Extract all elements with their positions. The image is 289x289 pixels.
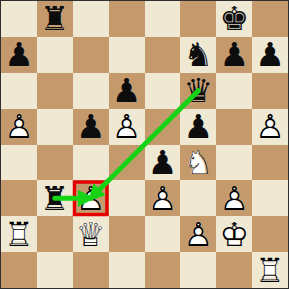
square-e2[interactable] bbox=[145, 216, 181, 252]
square-g6[interactable] bbox=[216, 73, 252, 109]
black-rook-b8[interactable]: ♜ bbox=[37, 1, 73, 37]
black-king-g8[interactable]: ♚ bbox=[216, 1, 252, 37]
square-a6[interactable] bbox=[1, 73, 37, 109]
square-a1[interactable] bbox=[1, 252, 37, 288]
black-pawn-f5[interactable]: ♟ bbox=[180, 109, 216, 145]
black-pawn-d6[interactable]: ♟ bbox=[109, 73, 145, 109]
black-pawn-a7[interactable]: ♟ bbox=[1, 37, 37, 73]
square-b5[interactable] bbox=[37, 109, 73, 145]
white-pawn-e3[interactable]: ♟♙ bbox=[145, 180, 181, 216]
square-h8[interactable] bbox=[252, 1, 288, 37]
square-c7[interactable] bbox=[73, 37, 109, 73]
square-g8[interactable]: ♚ bbox=[216, 1, 252, 37]
black-pawn-g7[interactable]: ♟ bbox=[216, 37, 252, 73]
white-knight-f4[interactable]: ♞♘ bbox=[180, 145, 216, 181]
black-knight-f7[interactable]: ♞ bbox=[180, 37, 216, 73]
square-h1[interactable]: ♜♖ bbox=[252, 252, 288, 288]
black-queen-f6[interactable]: ♛ bbox=[180, 73, 216, 109]
square-f7[interactable]: ♞ bbox=[180, 37, 216, 73]
square-a2[interactable]: ♜♖ bbox=[1, 216, 37, 252]
square-b7[interactable] bbox=[37, 37, 73, 73]
board-squares: ♜♚♟♞♟♟♟♛♟♙♟♟♙♟♟♙♟♞♘♜♟♙♟♙♟♙♜♖♛♕♟♙♚♔♜♖ bbox=[1, 1, 288, 288]
square-h4[interactable] bbox=[252, 145, 288, 181]
square-e8[interactable] bbox=[145, 1, 181, 37]
square-g2[interactable]: ♚♔ bbox=[216, 216, 252, 252]
square-d3[interactable] bbox=[109, 180, 145, 216]
white-king-g2[interactable]: ♚♔ bbox=[216, 216, 252, 252]
square-d5[interactable]: ♟♙ bbox=[109, 109, 145, 145]
square-c5[interactable]: ♟ bbox=[73, 109, 109, 145]
square-f2[interactable]: ♟♙ bbox=[180, 216, 216, 252]
square-a4[interactable] bbox=[1, 145, 37, 181]
square-c3[interactable]: ♟♙ bbox=[73, 180, 109, 216]
black-rook-b3[interactable]: ♜ bbox=[37, 180, 73, 216]
square-d1[interactable] bbox=[109, 252, 145, 288]
square-h5[interactable]: ♟♙ bbox=[252, 109, 288, 145]
white-pawn-g3[interactable]: ♟♙ bbox=[216, 180, 252, 216]
square-b1[interactable] bbox=[37, 252, 73, 288]
square-g5[interactable] bbox=[216, 109, 252, 145]
black-pawn-h7[interactable]: ♟ bbox=[252, 37, 288, 73]
square-b6[interactable] bbox=[37, 73, 73, 109]
square-f1[interactable] bbox=[180, 252, 216, 288]
square-f5[interactable]: ♟ bbox=[180, 109, 216, 145]
chess-board: ♜♚♟♞♟♟♟♛♟♙♟♟♙♟♟♙♟♞♘♜♟♙♟♙♟♙♜♖♛♕♟♙♚♔♜♖ bbox=[0, 0, 289, 289]
square-b2[interactable] bbox=[37, 216, 73, 252]
square-f6[interactable]: ♛ bbox=[180, 73, 216, 109]
square-d8[interactable] bbox=[109, 1, 145, 37]
white-pawn-f2[interactable]: ♟♙ bbox=[180, 216, 216, 252]
square-f4[interactable]: ♞♘ bbox=[180, 145, 216, 181]
white-pawn-d5[interactable]: ♟♙ bbox=[109, 109, 145, 145]
white-pawn-h5[interactable]: ♟♙ bbox=[252, 109, 288, 145]
square-h2[interactable] bbox=[252, 216, 288, 252]
square-h3[interactable] bbox=[252, 180, 288, 216]
square-f3[interactable] bbox=[180, 180, 216, 216]
square-c8[interactable] bbox=[73, 1, 109, 37]
square-a8[interactable] bbox=[1, 1, 37, 37]
square-b8[interactable]: ♜ bbox=[37, 1, 73, 37]
square-a7[interactable]: ♟ bbox=[1, 37, 37, 73]
black-pawn-c5[interactable]: ♟ bbox=[73, 109, 109, 145]
square-c1[interactable] bbox=[73, 252, 109, 288]
square-d2[interactable] bbox=[109, 216, 145, 252]
square-f8[interactable] bbox=[180, 1, 216, 37]
square-h6[interactable] bbox=[252, 73, 288, 109]
white-pawn-a5[interactable]: ♟♙ bbox=[1, 109, 37, 145]
square-a3[interactable] bbox=[1, 180, 37, 216]
square-e5[interactable] bbox=[145, 109, 181, 145]
square-e6[interactable] bbox=[145, 73, 181, 109]
square-c2[interactable]: ♛♕ bbox=[73, 216, 109, 252]
square-e4[interactable]: ♟ bbox=[145, 145, 181, 181]
square-c6[interactable] bbox=[73, 73, 109, 109]
square-a5[interactable]: ♟♙ bbox=[1, 109, 37, 145]
white-queen-c2[interactable]: ♛♕ bbox=[73, 216, 109, 252]
square-b4[interactable] bbox=[37, 145, 73, 181]
square-e7[interactable] bbox=[145, 37, 181, 73]
white-rook-h1[interactable]: ♜♖ bbox=[252, 252, 288, 288]
square-d6[interactable]: ♟ bbox=[109, 73, 145, 109]
square-g4[interactable] bbox=[216, 145, 252, 181]
square-d4[interactable] bbox=[109, 145, 145, 181]
square-g3[interactable]: ♟♙ bbox=[216, 180, 252, 216]
square-g1[interactable] bbox=[216, 252, 252, 288]
white-pawn-c3[interactable]: ♟♙ bbox=[73, 180, 109, 216]
square-c4[interactable] bbox=[73, 145, 109, 181]
square-h7[interactable]: ♟ bbox=[252, 37, 288, 73]
square-b3[interactable]: ♜ bbox=[37, 180, 73, 216]
black-pawn-e4[interactable]: ♟ bbox=[145, 145, 181, 181]
white-rook-a2[interactable]: ♜♖ bbox=[1, 216, 37, 252]
square-g7[interactable]: ♟ bbox=[216, 37, 252, 73]
square-d7[interactable] bbox=[109, 37, 145, 73]
square-e1[interactable] bbox=[145, 252, 181, 288]
square-e3[interactable]: ♟♙ bbox=[145, 180, 181, 216]
